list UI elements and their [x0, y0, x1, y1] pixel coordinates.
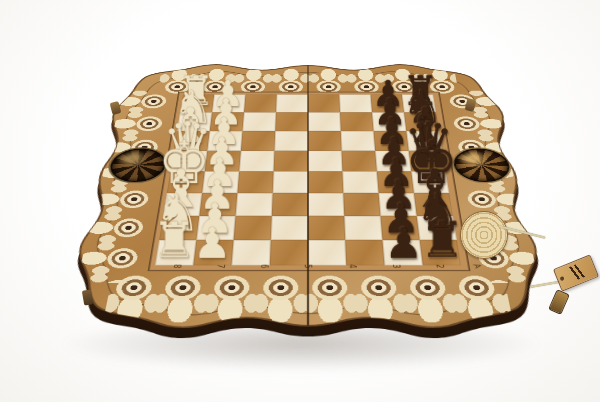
maker-tag [553, 254, 599, 291]
round-wooden-tag [460, 211, 508, 259]
white-rook-piece: ♜ [142, 215, 206, 264]
product-photo-scene: 8765432 A ♜♞♝♛♚♝♞♜♟♟♟♟♟♟♟♟♟♟♟♟♟♟♟♟♜♞♝♛♚♝… [0, 0, 600, 402]
chess-board: 8765432 A ♜♞♝♛♚♝♞♜♟♟♟♟♟♟♟♟♟♟♟♟♟♟♟♟♜♞♝♛♚♝… [44, 58, 571, 339]
maker-tag-hole [559, 276, 564, 281]
pieces-layer: ♜♞♝♛♚♝♞♜♟♟♟♟♟♟♟♟♟♟♟♟♟♟♟♟♜♞♝♛♚♝♞♜ [44, 58, 571, 339]
black-pawn-piece: ♟ [372, 222, 436, 265]
maker-tag-mark [563, 261, 591, 284]
